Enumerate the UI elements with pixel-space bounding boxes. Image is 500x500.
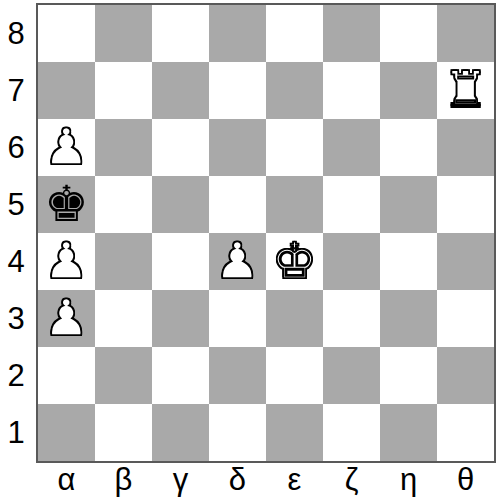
square-δ3[interactable] bbox=[209, 290, 266, 347]
square-β3[interactable] bbox=[95, 290, 152, 347]
square-η1[interactable] bbox=[380, 404, 437, 461]
square-η4[interactable] bbox=[380, 233, 437, 290]
square-θ4[interactable] bbox=[437, 233, 494, 290]
square-α4[interactable]: ♟ bbox=[38, 233, 95, 290]
square-ε3[interactable] bbox=[266, 290, 323, 347]
square-β4[interactable] bbox=[95, 233, 152, 290]
square-β8[interactable] bbox=[95, 5, 152, 62]
square-γ6[interactable] bbox=[152, 119, 209, 176]
square-δ5[interactable] bbox=[209, 176, 266, 233]
square-δ6[interactable] bbox=[209, 119, 266, 176]
file-label-γ: γ bbox=[152, 460, 209, 500]
file-labels: αβγδεζηθ bbox=[38, 460, 494, 500]
square-η8[interactable] bbox=[380, 5, 437, 62]
square-ε7[interactable] bbox=[266, 62, 323, 119]
file-label-α: α bbox=[38, 460, 95, 500]
square-ζ3[interactable] bbox=[323, 290, 380, 347]
white-pawn-piece[interactable]: ♟ bbox=[44, 119, 89, 176]
square-β6[interactable] bbox=[95, 119, 152, 176]
rank-label-7: 7 bbox=[0, 62, 32, 119]
white-pawn-piece[interactable]: ♟ bbox=[44, 290, 89, 347]
white-pawn-piece[interactable]: ♟ bbox=[215, 233, 260, 290]
square-β2[interactable] bbox=[95, 347, 152, 404]
square-ε4[interactable]: ♚ bbox=[266, 233, 323, 290]
rank-label-1: 1 bbox=[0, 404, 32, 461]
square-α7[interactable] bbox=[38, 62, 95, 119]
file-label-δ: δ bbox=[209, 460, 266, 500]
square-γ2[interactable] bbox=[152, 347, 209, 404]
square-α5[interactable]: ♚ bbox=[38, 176, 95, 233]
square-γ1[interactable] bbox=[152, 404, 209, 461]
square-θ3[interactable] bbox=[437, 290, 494, 347]
square-η2[interactable] bbox=[380, 347, 437, 404]
square-ζ6[interactable] bbox=[323, 119, 380, 176]
square-γ5[interactable] bbox=[152, 176, 209, 233]
square-θ1[interactable] bbox=[437, 404, 494, 461]
square-ε1[interactable] bbox=[266, 404, 323, 461]
file-label-β: β bbox=[95, 460, 152, 500]
square-ζ4[interactable] bbox=[323, 233, 380, 290]
rank-label-6: 6 bbox=[0, 119, 32, 176]
rank-label-5: 5 bbox=[0, 176, 32, 233]
square-γ8[interactable] bbox=[152, 5, 209, 62]
square-α6[interactable]: ♟ bbox=[38, 119, 95, 176]
file-label-ζ: ζ bbox=[323, 460, 380, 500]
square-δ4[interactable]: ♟ bbox=[209, 233, 266, 290]
square-ζ1[interactable] bbox=[323, 404, 380, 461]
white-king-piece[interactable]: ♚ bbox=[272, 233, 317, 290]
file-label-ε: ε bbox=[266, 460, 323, 500]
rank-label-3: 3 bbox=[0, 290, 32, 347]
square-γ4[interactable] bbox=[152, 233, 209, 290]
white-rook-piece[interactable]: ♜ bbox=[443, 62, 488, 119]
square-η5[interactable] bbox=[380, 176, 437, 233]
square-δ2[interactable] bbox=[209, 347, 266, 404]
rank-label-4: 4 bbox=[0, 233, 32, 290]
square-ε8[interactable] bbox=[266, 5, 323, 62]
square-ζ5[interactable] bbox=[323, 176, 380, 233]
square-β1[interactable] bbox=[95, 404, 152, 461]
square-ε6[interactable] bbox=[266, 119, 323, 176]
square-δ1[interactable] bbox=[209, 404, 266, 461]
square-α8[interactable] bbox=[38, 5, 95, 62]
square-β7[interactable] bbox=[95, 62, 152, 119]
square-η3[interactable] bbox=[380, 290, 437, 347]
square-θ2[interactable] bbox=[437, 347, 494, 404]
square-θ8[interactable] bbox=[437, 5, 494, 62]
file-label-θ: θ bbox=[437, 460, 494, 500]
square-η7[interactable] bbox=[380, 62, 437, 119]
square-ζ2[interactable] bbox=[323, 347, 380, 404]
square-α3[interactable]: ♟ bbox=[38, 290, 95, 347]
rank-label-2: 2 bbox=[0, 347, 32, 404]
square-δ8[interactable] bbox=[209, 5, 266, 62]
rank-label-8: 8 bbox=[0, 5, 32, 62]
square-γ3[interactable] bbox=[152, 290, 209, 347]
chess-board: ♜♟♚♟♟♚♟ bbox=[36, 3, 496, 463]
square-ζ7[interactable] bbox=[323, 62, 380, 119]
black-king-piece[interactable]: ♚ bbox=[44, 176, 89, 233]
chess-diagram: 87654321 ♜♟♚♟♟♚♟ αβγδεζηθ bbox=[0, 0, 500, 500]
square-δ7[interactable] bbox=[209, 62, 266, 119]
square-θ6[interactable] bbox=[437, 119, 494, 176]
square-θ5[interactable] bbox=[437, 176, 494, 233]
square-θ7[interactable]: ♜ bbox=[437, 62, 494, 119]
square-β5[interactable] bbox=[95, 176, 152, 233]
square-α2[interactable] bbox=[38, 347, 95, 404]
square-ε2[interactable] bbox=[266, 347, 323, 404]
square-α1[interactable] bbox=[38, 404, 95, 461]
square-γ7[interactable] bbox=[152, 62, 209, 119]
square-η6[interactable] bbox=[380, 119, 437, 176]
square-ζ8[interactable] bbox=[323, 5, 380, 62]
file-label-η: η bbox=[380, 460, 437, 500]
rank-labels: 87654321 bbox=[0, 5, 32, 461]
white-pawn-piece[interactable]: ♟ bbox=[44, 233, 89, 290]
square-ε5[interactable] bbox=[266, 176, 323, 233]
